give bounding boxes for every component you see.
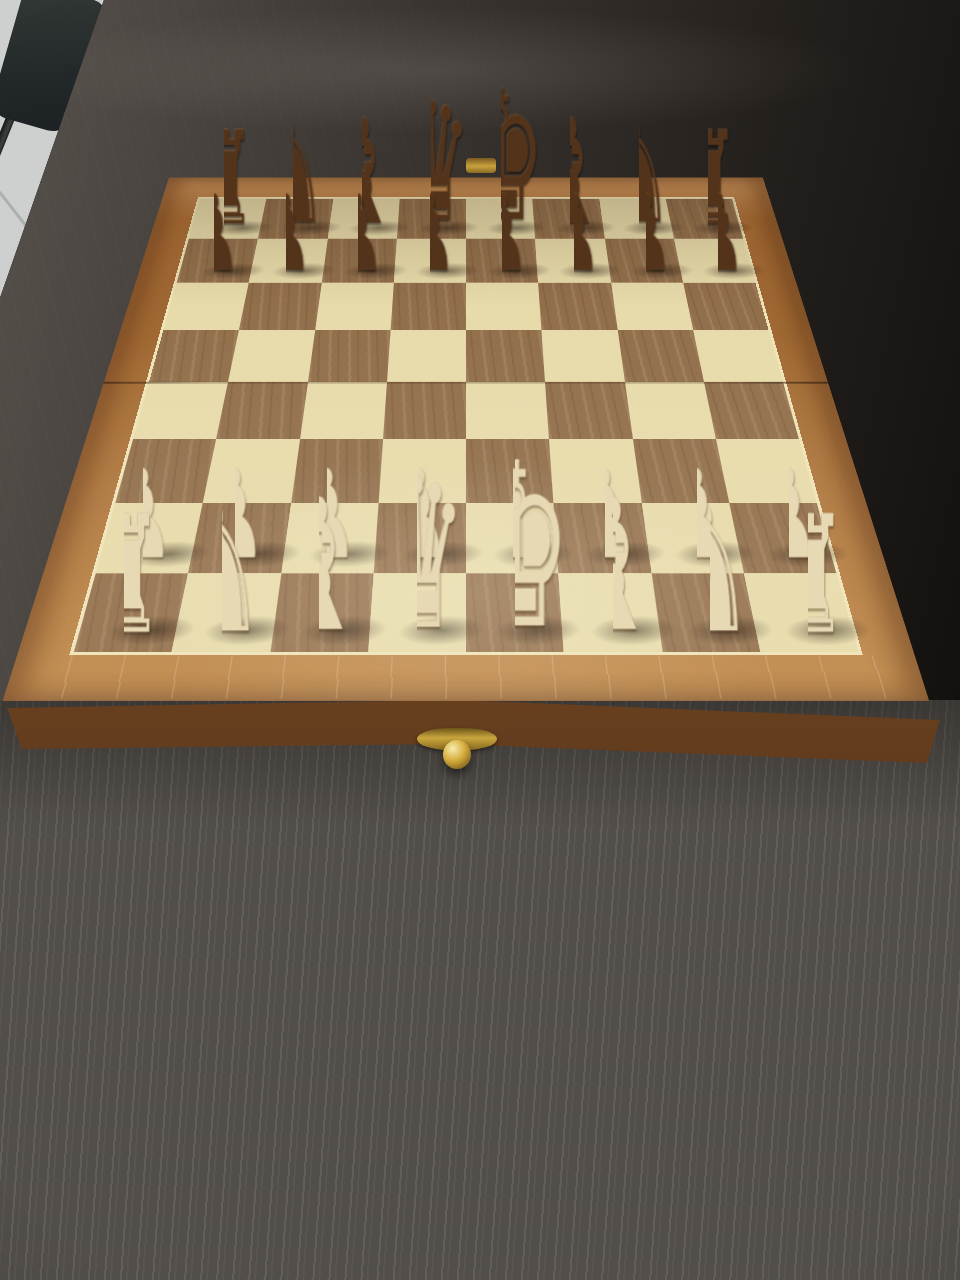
square-h5[interactable] [693, 330, 783, 382]
square-g7[interactable]: ♟ [605, 239, 683, 283]
square-f5[interactable] [542, 330, 625, 382]
square-g4[interactable] [625, 382, 716, 439]
square-e5[interactable] [466, 330, 545, 382]
square-d4[interactable] [383, 382, 466, 439]
board-squares-grid: ♜♞♝♛♚♝♞♜♟♟♟♟♟♟♟♟♟♟♟♟♟♟♟♟♜♞♝♛♚♝♞♜ [69, 197, 862, 655]
square-b4[interactable] [216, 382, 307, 439]
square-h7[interactable]: ♟ [674, 239, 755, 283]
brass-latch-knob[interactable] [443, 740, 471, 769]
square-d7[interactable]: ♟ [394, 239, 466, 283]
photo-scene: ♜♞♝♛♚♝♞♜♟♟♟♟♟♟♟♟♟♟♟♟♟♟♟♟♜♞♝♛♚♝♞♜ [0, 0, 960, 1280]
square-a4[interactable] [133, 382, 228, 439]
square-c4[interactable] [300, 382, 387, 439]
square-d5[interactable] [387, 330, 466, 382]
square-f1[interactable]: ♝ [559, 573, 663, 652]
square-c5[interactable] [308, 330, 391, 382]
square-b5[interactable] [228, 330, 314, 382]
square-g1[interactable]: ♞ [651, 573, 760, 652]
square-a5[interactable] [149, 330, 239, 382]
square-g5[interactable] [617, 330, 703, 382]
square-b7[interactable]: ♟ [249, 239, 327, 283]
square-d1[interactable]: ♛ [368, 573, 466, 652]
table-woodgrain-near [0, 700, 960, 1280]
square-a7[interactable]: ♟ [177, 239, 258, 283]
square-c7[interactable]: ♟ [321, 239, 396, 283]
square-f7[interactable]: ♟ [535, 239, 610, 283]
square-h4[interactable] [704, 382, 799, 439]
board-fold-seam [103, 382, 828, 384]
square-e1[interactable]: ♚ [466, 573, 564, 652]
square-a1[interactable]: ♜ [74, 573, 188, 652]
square-b1[interactable]: ♞ [172, 573, 281, 652]
square-c1[interactable]: ♝ [270, 573, 374, 652]
square-e7[interactable]: ♟ [466, 239, 538, 283]
